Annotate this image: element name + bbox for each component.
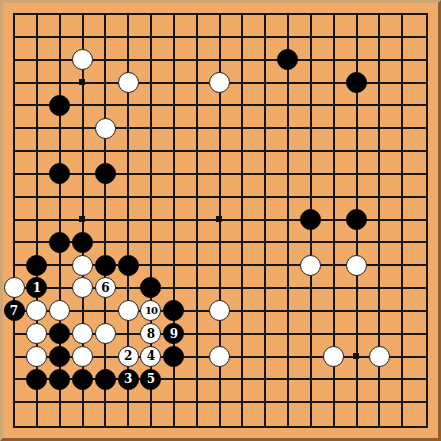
- move-number-label: 5: [147, 373, 155, 385]
- stone-white-move-2[interactable]: 2: [118, 346, 139, 367]
- stone-white[interactable]: [95, 118, 116, 139]
- stone-black[interactable]: [95, 163, 116, 184]
- stone-black[interactable]: [26, 369, 47, 390]
- stone-white-move-6[interactable]: 6: [95, 277, 116, 298]
- move-number-label: 9: [170, 328, 178, 340]
- stone-white-move-4[interactable]: 4: [140, 346, 161, 367]
- stone-white[interactable]: [26, 323, 47, 344]
- move-number-label: 2: [124, 350, 132, 362]
- stone-white-move-8[interactable]: 8: [140, 323, 161, 344]
- stone-black[interactable]: [346, 209, 367, 230]
- stone-black[interactable]: [277, 49, 298, 70]
- stone-black[interactable]: [49, 346, 70, 367]
- stone-black-move-9[interactable]: 9: [163, 323, 184, 344]
- stone-white[interactable]: [72, 49, 93, 70]
- stone-white[interactable]: [209, 346, 230, 367]
- stone-black[interactable]: [72, 369, 93, 390]
- stone-black-move-3[interactable]: 3: [118, 369, 139, 390]
- stone-white[interactable]: [72, 277, 93, 298]
- star-point: [353, 353, 359, 359]
- stone-white[interactable]: [300, 255, 321, 276]
- stones-layer: 61082417935: [3, 3, 438, 438]
- stone-black[interactable]: [26, 255, 47, 276]
- stone-black[interactable]: [140, 277, 161, 298]
- stone-white[interactable]: [72, 255, 93, 276]
- stone-black[interactable]: [163, 300, 184, 321]
- stone-black[interactable]: [49, 163, 70, 184]
- stone-black-move-1[interactable]: 1: [26, 277, 47, 298]
- go-board: 61082417935: [0, 0, 441, 441]
- move-number-label: 4: [147, 350, 155, 362]
- move-number-label: 1: [33, 282, 41, 294]
- stone-white[interactable]: [346, 255, 367, 276]
- stone-black[interactable]: [49, 232, 70, 253]
- stone-white[interactable]: [118, 72, 139, 93]
- stone-black[interactable]: [346, 72, 367, 93]
- star-point: [79, 216, 85, 222]
- stone-white[interactable]: [26, 346, 47, 367]
- move-number-label: 3: [124, 373, 132, 385]
- stone-white-move-10[interactable]: 10: [140, 300, 161, 321]
- move-number-label: 6: [101, 282, 109, 294]
- stone-white[interactable]: [209, 72, 230, 93]
- star-point: [79, 79, 85, 85]
- stone-white[interactable]: [49, 300, 70, 321]
- stone-white[interactable]: [95, 323, 116, 344]
- stone-black[interactable]: [49, 369, 70, 390]
- stone-black[interactable]: [49, 95, 70, 116]
- stone-black[interactable]: [72, 232, 93, 253]
- stone-white[interactable]: [323, 346, 344, 367]
- stone-black[interactable]: [300, 209, 321, 230]
- stone-white[interactable]: [118, 300, 139, 321]
- move-number-label: 7: [10, 305, 18, 317]
- stone-white[interactable]: [26, 300, 47, 321]
- stone-black-move-7[interactable]: 7: [4, 300, 25, 321]
- stone-black[interactable]: [49, 323, 70, 344]
- move-number-label: 8: [147, 328, 155, 340]
- stone-black-move-5[interactable]: 5: [140, 369, 161, 390]
- move-number-label: 10: [145, 306, 157, 316]
- stone-black[interactable]: [95, 255, 116, 276]
- star-point: [216, 216, 222, 222]
- stone-white[interactable]: [369, 346, 390, 367]
- stone-white[interactable]: [72, 346, 93, 367]
- stone-white[interactable]: [209, 300, 230, 321]
- stone-white[interactable]: [4, 277, 25, 298]
- stone-black[interactable]: [163, 346, 184, 367]
- stone-black[interactable]: [95, 369, 116, 390]
- stone-white[interactable]: [72, 323, 93, 344]
- stone-black[interactable]: [118, 255, 139, 276]
